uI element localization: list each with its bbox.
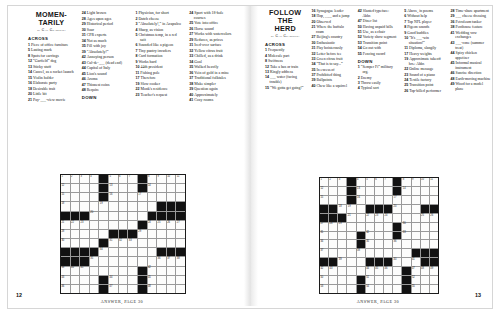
cell-number: 30 <box>61 239 64 242</box>
grid-cell <box>71 230 80 238</box>
black-cell <box>99 184 108 192</box>
grid-cell: 33 <box>128 239 137 247</box>
grid-cell <box>338 249 346 257</box>
grid-cell <box>430 232 438 240</box>
grid-cell <box>384 187 392 195</box>
cell-number: 31 <box>320 231 323 234</box>
black-cell <box>71 257 80 265</box>
grid-cell: 39 <box>61 267 70 275</box>
black-cell <box>176 248 185 256</box>
black-cell <box>71 212 80 220</box>
cell-number: 24 <box>384 214 387 217</box>
grid-cell: 18 <box>61 202 70 210</box>
grid-cell: 18 <box>338 205 346 213</box>
cell-number: 14 <box>403 187 406 190</box>
grid-cell: 54 <box>366 285 374 293</box>
cell-number: 40 <box>394 258 397 261</box>
black-cell <box>167 212 176 220</box>
black-cell <box>402 285 410 293</box>
cell-number: 15 <box>61 193 64 196</box>
grid-cell <box>176 267 185 275</box>
black-cell <box>430 205 438 213</box>
grid-cell: 8 <box>402 178 410 186</box>
cell-number: 17 <box>394 196 397 199</box>
clue-entry: 48 Require <box>86 88 128 93</box>
clue-entry: 53 Transition point <box>362 41 398 46</box>
grid-cell <box>167 230 176 238</box>
grid-cell <box>366 249 374 257</box>
cell-number: 53 <box>320 285 323 288</box>
black-cell <box>71 248 80 256</box>
grid-cell <box>329 196 337 204</box>
black-cell <box>421 258 429 266</box>
clue-entry: 47 Thinnest coins <box>86 83 128 88</box>
grid-cell: 42 <box>320 267 328 275</box>
grid-cell: 8 <box>148 175 157 183</box>
cell-number: 37 <box>167 257 170 260</box>
cell-number: 28 <box>330 222 333 225</box>
clue-entry: 27 Works with watercolors <box>194 32 236 37</box>
grid-cell <box>138 202 147 210</box>
clue-entry: 20 Little bit <box>33 92 75 97</box>
grid-cell <box>347 258 355 266</box>
cell-number: 42 <box>320 267 323 270</box>
grid-cell <box>90 202 99 210</box>
grid-cell: 15 <box>320 196 328 204</box>
grid-cell <box>430 223 438 231</box>
grid-cell <box>375 285 383 293</box>
black-cell <box>393 187 401 195</box>
cell-number: 15 <box>320 196 323 199</box>
clue-entry: 31 Iced-over surface <box>194 43 236 48</box>
grid-cell <box>80 193 89 201</box>
grid-cell: 36 <box>157 257 166 265</box>
grid-cell: 45 <box>148 276 157 284</box>
clue-entry: 40 Chew like a squirrel <box>316 84 352 89</box>
grid-cell: 10 <box>421 178 429 186</box>
cell-number: 27 <box>177 221 180 224</box>
grid-cell: 41 <box>412 258 420 266</box>
black-cell <box>347 178 355 186</box>
grid-cell <box>157 276 166 284</box>
grid-cell: 27 <box>320 223 328 231</box>
grid-cell <box>167 239 176 247</box>
book-spread: MOMEN- TARILY by Gail Grabowski ACROSS 1… <box>0 0 500 313</box>
left-answer-caption: ANSWER, PAGE 30 <box>60 299 184 304</box>
grid-cell: 11 <box>430 178 438 186</box>
grid-cell <box>71 193 80 201</box>
clue-entry: 23 Sound of a piano <box>409 73 445 78</box>
cell-number: 51 <box>366 276 369 279</box>
clue-entry: 24 Sport with 18-hole courses <box>194 11 236 21</box>
clue-entry: 35 In excess of <box>316 68 352 73</box>
clue-entry: 42 Slanted typeface: Abbr. <box>362 9 398 19</box>
grid-cell <box>347 276 355 284</box>
grid-cell <box>157 193 166 201</box>
cell-number: 45 <box>148 276 151 279</box>
grid-cell <box>402 196 410 204</box>
grid-cell: 14 <box>148 184 157 192</box>
grid-cell: 49 <box>430 267 438 275</box>
grid-cell <box>357 223 365 231</box>
black-cell <box>393 223 401 231</box>
cell-number: 1 <box>320 178 321 181</box>
clue-entry: 46 Sunrise direction <box>455 71 491 76</box>
black-cell <box>347 187 355 195</box>
clue-entry: 9 Good buddies <box>409 31 445 36</box>
grid-cell: 28 <box>61 230 70 238</box>
grid-cell <box>329 232 337 240</box>
clue-entry: 27 Beijing's country <box>316 35 352 40</box>
clue-entry: 30 Enthusiastic <box>316 41 352 46</box>
clue-entry: 34 Not as much <box>86 39 128 44</box>
grid-cell: 43 <box>329 267 337 275</box>
grid-cell: 32 <box>119 239 128 247</box>
black-cell <box>320 205 328 213</box>
grid-cell <box>119 285 128 293</box>
cell-number: 13 <box>357 187 360 190</box>
grid-cell: 4 <box>90 175 99 183</box>
cell-number: 8 <box>403 178 404 181</box>
cell-number: 47 <box>109 285 112 288</box>
clue-entry: 50 Having unpaid bills <box>362 25 398 30</box>
grid-cell <box>128 212 137 220</box>
grid-cell <box>338 276 346 284</box>
cell-number: 38 <box>177 257 180 260</box>
clue-entry: 28 Ages upon ages <box>86 17 128 22</box>
left-across-header: ACROSS <box>28 36 75 41</box>
cell-number: 13 <box>109 184 112 187</box>
grid-cell <box>375 187 383 195</box>
grid-cell <box>375 240 383 248</box>
clue-entry: 39 Ballpoints <box>316 78 352 83</box>
cell-number: 9 <box>158 175 159 178</box>
cell-number: 22 <box>71 221 74 224</box>
cell-number: 3 <box>81 175 82 178</box>
black-cell <box>138 267 147 275</box>
grid-cell <box>99 230 108 238</box>
grid-cell <box>338 285 346 293</box>
right-page-number: 13 <box>475 292 481 298</box>
cell-number: 34 <box>320 240 323 243</box>
grid-cell <box>338 196 346 204</box>
cell-number: 11 <box>430 178 433 181</box>
grid-cell <box>128 221 137 229</box>
grid-cell <box>90 267 99 275</box>
cell-number: 10 <box>421 178 424 181</box>
clue-entry: 11 Fishing pole <box>140 71 182 76</box>
black-cell <box>421 205 429 213</box>
grid-cell: 1 <box>61 175 70 183</box>
grid-cell <box>421 196 429 204</box>
grid-cell: 23 <box>375 214 383 222</box>
cell-number: 54 <box>366 285 369 288</box>
cell-number: 19 <box>100 202 103 205</box>
grid-cell: 55 <box>412 285 420 293</box>
grid-cell <box>412 223 420 231</box>
left-crossword-grid: 1234567891011121314151617181920212223242… <box>60 174 186 294</box>
black-cell <box>384 258 392 266</box>
cell-number: 48 <box>148 285 151 288</box>
clue-entry: 37 Prohibited thing <box>316 73 352 78</box>
cell-number: 18 <box>61 202 64 205</box>
grid-cell <box>430 285 438 293</box>
cell-number: 5 <box>366 178 367 181</box>
grid-cell <box>71 285 80 293</box>
clue-entry: 36 Vein of gold in a mine <box>194 71 236 76</box>
grid-cell <box>157 267 166 275</box>
grid-cell <box>421 276 429 284</box>
grid-cell: 39 <box>338 258 346 266</box>
grid-cell <box>176 239 185 247</box>
grid-cell <box>99 257 108 265</box>
grid-cell: 2 <box>329 178 337 186</box>
grid-cell <box>90 239 99 247</box>
black-cell <box>338 214 346 222</box>
clue-entry: 38 Penthouse feature <box>455 25 491 30</box>
clue-entry: 28 Time-share apartment <box>455 9 491 14</box>
clue-entry: 43 Cul-de-___ (dead end) <box>86 61 128 66</box>
grid-cell: 36 <box>393 240 401 248</box>
cell-number: 4 <box>357 178 358 181</box>
clue-entry: 14 Cancel, as a rocket launch <box>33 70 75 75</box>
grid-cell: 14 <box>402 187 410 195</box>
grid-cell: 35 <box>90 257 99 265</box>
black-cell <box>357 285 365 293</box>
grid-cell <box>128 257 137 265</box>
grid-cell <box>176 230 185 238</box>
grid-cell: 32 <box>366 232 374 240</box>
grid-cell: 9 <box>412 178 420 186</box>
grid-cell: 46 <box>384 267 392 275</box>
grid-cell <box>128 202 137 210</box>
cell-number: 52 <box>412 276 415 279</box>
grid-cell <box>176 276 185 284</box>
grid-cell <box>393 214 401 222</box>
black-cell <box>80 248 89 256</box>
grid-cell <box>119 221 128 229</box>
clue-entry: 54 Go out with <box>362 46 398 51</box>
grid-cell <box>366 223 374 231</box>
clue-entry: 21 Where the buffalo roam <box>316 25 352 35</box>
cell-number: 17 <box>138 193 141 196</box>
clue-entry: 29 Historical period <box>86 22 128 27</box>
clue-entry: 37 Traditional folktales <box>194 76 236 81</box>
grid-cell <box>128 267 137 275</box>
cell-number: 11 <box>177 175 180 178</box>
grid-cell: 16 <box>109 193 118 201</box>
clue-entry: 20 Observed <box>316 20 352 25</box>
grid-cell <box>119 257 128 265</box>
grid-cell <box>80 202 89 210</box>
grid-cell <box>357 214 365 222</box>
black-cell <box>393 178 401 186</box>
cell-number: 25 <box>421 214 424 217</box>
black-cell <box>61 248 70 256</box>
grid-cell <box>430 276 438 284</box>
clue-entry: 15 “We gotta get going!” <box>270 86 306 91</box>
cell-number: 19 <box>348 205 351 208</box>
grid-cell <box>402 214 410 222</box>
cell-number: 50 <box>320 276 323 279</box>
right-across-header: ACROSS <box>265 42 305 47</box>
grid-cell <box>119 202 128 210</box>
grid-cell: 3 <box>338 178 346 186</box>
left-down-header: DOWN <box>82 95 129 100</box>
grid-cell: 37 <box>167 257 176 265</box>
black-cell <box>119 230 128 238</box>
grid-cell <box>430 196 438 204</box>
grid-cell: 34 <box>320 240 328 248</box>
clue-entry: 6 Without help <box>409 14 445 19</box>
cell-number: 43 <box>330 267 333 270</box>
grid-cell <box>384 249 392 257</box>
clue-entry: 7 Top NFL player <box>409 20 445 25</box>
cell-number: 16 <box>109 193 112 196</box>
grid-cell: 11 <box>176 175 185 183</box>
grid-cell <box>119 184 128 192</box>
cell-number: 37 <box>320 249 323 252</box>
clue-entry: 18 Hop, ___, and a jump <box>316 14 352 19</box>
clue-entry: 17 Heavy weights <box>409 52 445 57</box>
grid-cell <box>375 249 383 257</box>
grid-cell <box>119 193 128 201</box>
grid-cell <box>402 205 410 213</box>
grid-cell <box>347 223 355 231</box>
grid-cell: 29 <box>338 223 346 231</box>
grid-cell <box>71 239 80 247</box>
grid-cell: 16 <box>357 196 365 204</box>
grid-cell <box>421 285 429 293</box>
grid-cell <box>384 232 392 240</box>
grid-cell <box>412 240 420 248</box>
black-cell <box>329 205 337 213</box>
cell-number: 26 <box>430 214 433 217</box>
clue-entry: 38 Make simpler <box>194 82 236 87</box>
clue-entry: 31 CPR experts <box>86 33 128 38</box>
grid-cell <box>366 196 374 204</box>
grid-cell: 37 <box>320 249 328 257</box>
grid-cell <box>347 240 355 248</box>
clue-entry: 26 Top-billed performer <box>409 89 445 94</box>
grid-cell <box>90 184 99 192</box>
clue-entry: 43 ___-cone (summer treat) <box>455 41 491 51</box>
grid-cell: 15 <box>61 193 70 201</box>
clue-entry: 29 ___ cheese dressing <box>455 14 491 19</box>
cell-number: 48 <box>421 267 424 270</box>
clue-entry: 42 Annoying person <box>86 55 128 60</box>
grid-cell <box>384 196 392 204</box>
grid-cell <box>329 276 337 284</box>
grid-cell <box>148 230 157 238</box>
cell-number: 21 <box>348 214 351 217</box>
clue-entry: 36 Petroleum tanker <box>455 20 491 25</box>
black-cell <box>430 258 438 266</box>
clue-entry: 6 Sounded like a pigeon <box>140 43 182 48</box>
black-cell <box>375 205 383 213</box>
grid-cell: 41 <box>80 267 89 275</box>
grid-cell: 25 <box>421 214 429 222</box>
clue-entry: 5 Above, in poems <box>409 9 445 14</box>
clue-entry: 24 Light brown <box>86 11 128 16</box>
grid-cell: 20 <box>90 212 99 220</box>
grid-cell: 28 <box>329 223 337 231</box>
grid-cell <box>412 232 420 240</box>
grid-cell <box>119 267 128 275</box>
cell-number: 2 <box>71 175 72 178</box>
black-cell <box>412 249 420 257</box>
black-cell <box>138 184 147 192</box>
black-cell <box>357 276 365 284</box>
grid-cell: 47 <box>109 285 118 293</box>
cell-number: 12 <box>61 184 64 187</box>
grid-cell <box>430 240 438 248</box>
black-cell <box>138 175 147 183</box>
grid-cell <box>338 187 346 195</box>
grid-cell <box>109 267 118 275</box>
cell-number: 6 <box>119 175 120 178</box>
grid-cell: 4 <box>357 178 365 186</box>
grid-cell <box>157 285 166 293</box>
cell-number: 2 <box>330 178 331 181</box>
cell-number: 30 <box>403 222 406 225</box>
grid-cell <box>80 239 89 247</box>
grid-cell: 5 <box>366 178 374 186</box>
grid-cell <box>90 285 99 293</box>
clue-entry: 18 Desirable trait <box>33 87 75 92</box>
grid-cell <box>71 184 80 192</box>
cell-number: 8 <box>148 175 149 178</box>
cell-number: 32 <box>119 239 122 242</box>
clue-entry: 55 Fencing sword <box>362 52 398 57</box>
grid-cell: 51 <box>366 276 374 284</box>
cell-number: 20 <box>394 205 397 208</box>
cell-number: 6 <box>375 178 376 181</box>
grid-cell: 23 <box>80 221 89 229</box>
clue-entry: 39 Question again <box>194 87 236 92</box>
grid-cell <box>138 248 147 256</box>
black-cell <box>167 248 176 256</box>
cell-number: 27 <box>320 222 323 225</box>
grid-cell <box>329 285 337 293</box>
right-page-clue-columns: FOLLOW THE HERD by Gail Grabowski ACROSS… <box>265 9 491 175</box>
grid-cell <box>421 187 429 195</box>
cell-number: 14 <box>148 184 151 187</box>
grid-cell: 31 <box>320 232 328 240</box>
right-puzzle-title: FOLLOW THE HERD <box>265 9 305 32</box>
grid-cell: 7 <box>128 175 137 183</box>
clue-entry: 4 Molecule part <box>270 54 306 59</box>
clue-entry: 8 Card formation <box>140 54 182 59</box>
grid-cell <box>128 285 137 293</box>
grid-cell: 46 <box>61 285 70 293</box>
grid-cell <box>71 202 80 210</box>
black-cell <box>384 205 392 213</box>
clue-entry: 33 Green citrus fruit <box>316 57 352 62</box>
left-down-clue-list: 1 Physician, for short2 Dutch cheese3 “A… <box>136 11 237 103</box>
black-cell <box>61 257 70 265</box>
black-cell <box>99 276 108 284</box>
cell-number: 31 <box>109 239 112 242</box>
grid-cell <box>402 240 410 248</box>
black-cell <box>393 232 401 240</box>
grid-cell <box>167 285 176 293</box>
clue-entry: 4 Sharp, as vision <box>140 28 182 33</box>
grid-cell <box>357 205 365 213</box>
cell-number: 7 <box>129 175 130 178</box>
left-page-clue-columns: MOMEN- TARILY by Gail Grabowski ACROSS 1… <box>28 11 236 157</box>
black-cell <box>99 239 108 247</box>
